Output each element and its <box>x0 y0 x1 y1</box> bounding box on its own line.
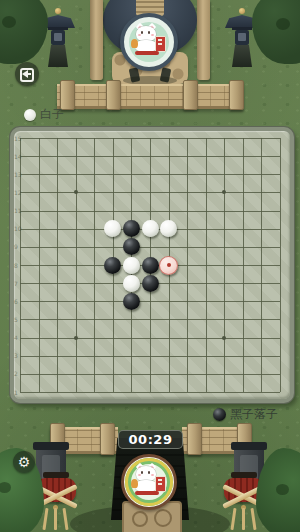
grid-line <box>243 138 244 392</box>
gear-icon: ⚙ <box>13 451 35 473</box>
black-stone <box>123 238 140 255</box>
cat-blush <box>151 474 154 476</box>
wall-post <box>187 423 202 455</box>
lantern-base <box>232 45 252 67</box>
row-coordinate-label: 3 <box>14 352 20 359</box>
timer-value: 00:29 <box>129 432 173 447</box>
row-coordinate-label: 15 <box>14 135 20 142</box>
back-arrow-icon <box>24 73 31 75</box>
grid-line <box>20 392 280 393</box>
cat-blush <box>138 474 141 476</box>
wall-post <box>183 80 198 110</box>
grid-line <box>224 138 225 392</box>
cat-blush <box>151 34 154 36</box>
star-point <box>222 336 226 340</box>
white-stone <box>160 220 177 237</box>
cat-mat <box>135 491 159 495</box>
cat-avatar-illustration <box>132 464 166 498</box>
grid-line <box>206 138 207 392</box>
player-avatar[interactable] <box>121 454 177 510</box>
row-coordinate-label: 8 <box>14 262 20 269</box>
row-coordinate-label: 10 <box>14 225 20 232</box>
settings-button[interactable]: ⚙ <box>13 451 35 473</box>
lantern-body <box>51 30 65 45</box>
grid-line <box>20 338 280 339</box>
grid-line <box>187 138 188 392</box>
black-move-label: 黑子落子 <box>213 406 278 423</box>
gomoku-board[interactable]: 151413121110987654321 <box>10 127 294 403</box>
wall-post <box>229 80 244 110</box>
star-point <box>222 190 226 194</box>
black-move-text: 黑子落子 <box>230 406 278 423</box>
white-stone-icon <box>24 109 36 121</box>
white-player-label: 白子 <box>24 106 64 123</box>
star-point <box>74 336 78 340</box>
white-stone <box>142 220 159 237</box>
white-stone <box>123 275 140 292</box>
cat-sign <box>155 476 166 492</box>
grid-line <box>280 138 281 392</box>
cat-avatar-illustration <box>132 24 166 58</box>
lantern-window <box>238 33 246 41</box>
lantern-finial <box>239 8 245 14</box>
row-coordinate-label: 2 <box>14 370 20 377</box>
white-stone <box>123 257 140 274</box>
grid-line <box>261 138 262 392</box>
cat-fish <box>131 479 138 488</box>
row-coordinate-label: 9 <box>14 243 20 250</box>
row-coordinate-label: 14 <box>14 153 20 160</box>
grid-line <box>20 301 280 302</box>
back-button[interactable] <box>15 62 39 86</box>
cat-sign <box>155 36 166 52</box>
lantern-base <box>48 45 68 67</box>
cat-mat <box>135 51 159 55</box>
black-stone <box>142 257 159 274</box>
white-stone <box>104 220 121 237</box>
wall-post <box>106 80 121 110</box>
gomoku-game-screen: 白子 151413121110987654321 黑子落子 <box>0 0 300 532</box>
right-pillar-decoration <box>197 0 210 80</box>
lantern-window <box>54 33 62 41</box>
cat-eye <box>141 471 143 474</box>
row-coordinate-label: 13 <box>14 171 20 178</box>
row-coordinate-label: 12 <box>14 189 20 196</box>
wall-post <box>100 423 115 455</box>
row-coordinate-label: 1 <box>14 389 20 396</box>
move-timer: 00:29 <box>118 430 183 449</box>
row-coordinate-label: 4 <box>14 334 20 341</box>
row-coordinate-label: 5 <box>14 316 20 323</box>
row-coordinate-label: 11 <box>14 207 20 214</box>
star-point <box>74 190 78 194</box>
black-stone-icon <box>213 408 226 421</box>
left-pillar-decoration <box>90 0 103 80</box>
lantern-finial <box>55 8 61 14</box>
cat-eye <box>148 471 150 474</box>
row-coordinate-label: 6 <box>14 298 20 305</box>
black-stone <box>104 257 121 274</box>
black-stone <box>142 275 159 292</box>
cat-fish <box>131 39 138 48</box>
black-stone <box>123 220 140 237</box>
black-stone <box>123 293 140 310</box>
grid-line <box>20 356 280 357</box>
white-label-text: 白子 <box>40 106 64 123</box>
board-grid[interactable]: 151413121110987654321 <box>20 138 280 392</box>
white-stone-last-move <box>159 256 178 275</box>
opponent-avatar[interactable] <box>120 13 178 71</box>
cat-eye <box>148 31 150 34</box>
grid-line <box>20 319 280 320</box>
cat-eye <box>141 31 143 34</box>
cat-blush <box>138 34 141 36</box>
top-stone-wall <box>57 84 243 109</box>
lantern-body <box>235 30 249 45</box>
row-coordinate-label: 7 <box>14 280 20 287</box>
grid-line <box>20 374 280 375</box>
